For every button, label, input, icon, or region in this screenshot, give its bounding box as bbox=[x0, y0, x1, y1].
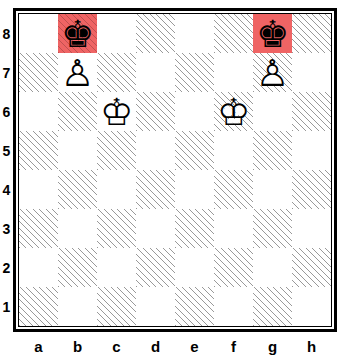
square-c6[interactable]: ♚♔ bbox=[97, 92, 136, 131]
square-b7[interactable]: ♟♙ bbox=[58, 53, 97, 92]
square-b8[interactable]: ♚ bbox=[58, 14, 97, 53]
rank-label-8: 8 bbox=[0, 14, 13, 53]
square-c3[interactable] bbox=[97, 209, 136, 248]
square-g1[interactable] bbox=[253, 287, 292, 326]
white-pawn: ♟♙ bbox=[253, 53, 292, 92]
square-e8[interactable] bbox=[175, 14, 214, 53]
white-king: ♚♔ bbox=[214, 92, 253, 131]
square-c5[interactable] bbox=[97, 131, 136, 170]
rank-label-3: 3 bbox=[0, 209, 13, 248]
rank-label-5: 5 bbox=[0, 131, 13, 170]
square-a4[interactable] bbox=[19, 170, 58, 209]
black-king: ♚ bbox=[253, 14, 292, 53]
square-h2[interactable] bbox=[292, 248, 331, 287]
square-f2[interactable] bbox=[214, 248, 253, 287]
square-h5[interactable] bbox=[292, 131, 331, 170]
square-d1[interactable] bbox=[136, 287, 175, 326]
file-label-f: f bbox=[214, 337, 253, 355]
square-g8[interactable]: ♚ bbox=[253, 14, 292, 53]
square-h4[interactable] bbox=[292, 170, 331, 209]
square-e2[interactable] bbox=[175, 248, 214, 287]
square-a7[interactable] bbox=[19, 53, 58, 92]
file-label-a: a bbox=[19, 337, 58, 355]
square-d5[interactable] bbox=[136, 131, 175, 170]
square-d8[interactable] bbox=[136, 14, 175, 53]
square-f1[interactable] bbox=[214, 287, 253, 326]
square-f8[interactable] bbox=[214, 14, 253, 53]
square-h6[interactable] bbox=[292, 92, 331, 131]
square-e5[interactable] bbox=[175, 131, 214, 170]
square-e1[interactable] bbox=[175, 287, 214, 326]
board-inner-frame: ♚♚♟♙♟♙♚♔♚♔ bbox=[18, 13, 332, 327]
square-b3[interactable] bbox=[58, 209, 97, 248]
square-a8[interactable] bbox=[19, 14, 58, 53]
square-b2[interactable] bbox=[58, 248, 97, 287]
square-h3[interactable] bbox=[292, 209, 331, 248]
file-labels: abcdefgh bbox=[19, 337, 331, 355]
square-g3[interactable] bbox=[253, 209, 292, 248]
square-d4[interactable] bbox=[136, 170, 175, 209]
square-h7[interactable] bbox=[292, 53, 331, 92]
file-label-d: d bbox=[136, 337, 175, 355]
black-king: ♚ bbox=[58, 14, 97, 53]
board-frame: ♚♚♟♙♟♙♚♔♚♔ bbox=[13, 8, 337, 332]
square-h8[interactable] bbox=[292, 14, 331, 53]
square-c7[interactable] bbox=[97, 53, 136, 92]
rank-labels: 87654321 bbox=[0, 14, 13, 326]
square-c4[interactable] bbox=[97, 170, 136, 209]
square-a3[interactable] bbox=[19, 209, 58, 248]
square-d3[interactable] bbox=[136, 209, 175, 248]
square-f7[interactable] bbox=[214, 53, 253, 92]
file-label-h: h bbox=[292, 337, 331, 355]
square-g2[interactable] bbox=[253, 248, 292, 287]
square-e6[interactable] bbox=[175, 92, 214, 131]
file-label-b: b bbox=[58, 337, 97, 355]
square-g7[interactable]: ♟♙ bbox=[253, 53, 292, 92]
chess-board: ♚♚♟♙♟♙♚♔♚♔ bbox=[19, 14, 331, 326]
square-f6[interactable]: ♚♔ bbox=[214, 92, 253, 131]
square-d6[interactable] bbox=[136, 92, 175, 131]
square-e3[interactable] bbox=[175, 209, 214, 248]
rank-label-7: 7 bbox=[0, 53, 13, 92]
file-label-g: g bbox=[253, 337, 292, 355]
square-f4[interactable] bbox=[214, 170, 253, 209]
chess-diagram: 87654321 ♚♚♟♙♟♙♚♔♚♔ abcdefgh bbox=[0, 0, 351, 357]
file-label-c: c bbox=[97, 337, 136, 355]
square-c2[interactable] bbox=[97, 248, 136, 287]
square-b1[interactable] bbox=[58, 287, 97, 326]
square-a6[interactable] bbox=[19, 92, 58, 131]
square-a1[interactable] bbox=[19, 287, 58, 326]
square-g4[interactable] bbox=[253, 170, 292, 209]
rank-label-4: 4 bbox=[0, 170, 13, 209]
white-pawn: ♟♙ bbox=[58, 53, 97, 92]
square-f5[interactable] bbox=[214, 131, 253, 170]
rank-label-6: 6 bbox=[0, 92, 13, 131]
rank-label-1: 1 bbox=[0, 287, 13, 326]
square-e4[interactable] bbox=[175, 170, 214, 209]
square-b5[interactable] bbox=[58, 131, 97, 170]
white-king: ♚♔ bbox=[97, 92, 136, 131]
square-g6[interactable] bbox=[253, 92, 292, 131]
square-g5[interactable] bbox=[253, 131, 292, 170]
square-c8[interactable] bbox=[97, 14, 136, 53]
square-a2[interactable] bbox=[19, 248, 58, 287]
square-c1[interactable] bbox=[97, 287, 136, 326]
square-d7[interactable] bbox=[136, 53, 175, 92]
square-e7[interactable] bbox=[175, 53, 214, 92]
square-d2[interactable] bbox=[136, 248, 175, 287]
file-label-e: e bbox=[175, 337, 214, 355]
rank-label-2: 2 bbox=[0, 248, 13, 287]
square-a5[interactable] bbox=[19, 131, 58, 170]
square-h1[interactable] bbox=[292, 287, 331, 326]
square-b4[interactable] bbox=[58, 170, 97, 209]
square-f3[interactable] bbox=[214, 209, 253, 248]
square-b6[interactable] bbox=[58, 92, 97, 131]
